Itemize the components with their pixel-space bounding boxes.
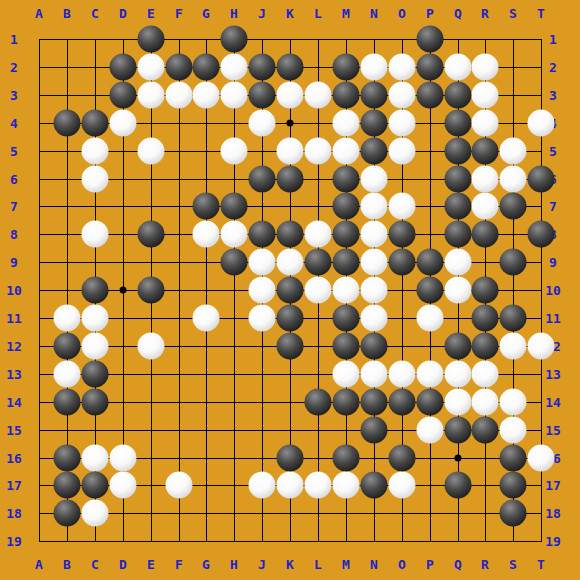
white-stone [361,305,388,332]
white-stone [249,249,276,276]
row-label-right: 11 [545,312,561,325]
black-stone [277,305,304,332]
white-stone [249,277,276,304]
black-stone [305,389,332,416]
row-label-left: 18 [6,507,22,520]
row-label-right: 7 [549,200,557,213]
column-label-top: O [398,7,406,20]
column-label-top: S [509,7,517,20]
row-label-left: 14 [6,396,22,409]
column-label-bottom: D [119,558,127,571]
white-stone [138,54,165,81]
black-stone [54,333,81,360]
white-stone [472,54,499,81]
black-stone [500,445,527,472]
black-stone [333,389,360,416]
black-stone [277,277,304,304]
white-stone [389,361,416,388]
black-stone [277,166,304,193]
white-stone [472,110,499,137]
black-stone [445,333,472,360]
white-stone [82,500,109,527]
white-stone [472,82,499,109]
column-label-bottom: T [537,558,545,571]
row-label-left: 12 [6,340,22,353]
white-stone [445,277,472,304]
row-label-left: 9 [10,256,18,269]
white-stone [445,361,472,388]
column-label-bottom: A [35,558,43,571]
white-stone [472,193,499,220]
white-stone [333,138,360,165]
black-stone [472,277,499,304]
black-stone [472,138,499,165]
white-stone [361,361,388,388]
black-stone [333,166,360,193]
black-stone [500,249,527,276]
black-stone [333,333,360,360]
column-label-bottom: C [91,558,99,571]
row-label-left: 19 [6,535,22,548]
white-stone [110,445,137,472]
white-stone [417,417,444,444]
column-label-top: A [35,7,43,20]
white-stone [82,166,109,193]
row-label-left: 15 [6,424,22,437]
black-stone [472,305,499,332]
column-label-top: N [370,7,378,20]
black-stone [82,110,109,137]
column-label-bottom: N [370,558,378,571]
row-label-right: 13 [545,368,561,381]
black-stone [528,166,555,193]
black-stone [82,389,109,416]
black-stone [389,389,416,416]
white-stone [333,472,360,499]
column-label-top: P [426,7,434,20]
column-label-bottom: P [426,558,434,571]
black-stone [361,333,388,360]
black-stone [361,389,388,416]
white-stone [333,361,360,388]
column-label-top: T [537,7,545,20]
black-stone [389,249,416,276]
black-stone [249,221,276,248]
white-stone [82,333,109,360]
row-label-right: 3 [549,89,557,102]
row-label-right: 18 [545,507,561,520]
row-label-right: 14 [545,396,561,409]
white-stone [221,221,248,248]
black-stone [193,193,220,220]
white-stone [500,417,527,444]
white-stone [445,249,472,276]
white-stone [361,193,388,220]
row-label-right: 19 [545,535,561,548]
white-stone [528,333,555,360]
white-stone [249,110,276,137]
black-stone [361,472,388,499]
white-stone [445,54,472,81]
black-stone [221,26,248,53]
row-label-left: 5 [10,145,18,158]
row-label-left: 7 [10,200,18,213]
black-stone [417,82,444,109]
black-stone [472,333,499,360]
black-stone [361,110,388,137]
row-label-right: 15 [545,424,561,437]
row-label-left: 6 [10,173,18,186]
black-stone [389,221,416,248]
black-stone [277,333,304,360]
white-stone [249,305,276,332]
black-stone [472,221,499,248]
black-stone [277,54,304,81]
black-stone [277,221,304,248]
black-stone [82,472,109,499]
white-stone [193,82,220,109]
black-stone [333,305,360,332]
row-label-right: 1 [549,33,557,46]
column-label-top: B [63,7,71,20]
black-stone [361,138,388,165]
white-stone [389,472,416,499]
column-label-bottom: Q [454,558,462,571]
white-stone [389,193,416,220]
black-stone [82,361,109,388]
white-stone [82,138,109,165]
white-stone [389,138,416,165]
white-stone [305,277,332,304]
black-stone [138,277,165,304]
white-stone [166,472,193,499]
black-stone [221,249,248,276]
white-stone [277,472,304,499]
black-stone [249,82,276,109]
white-stone [361,166,388,193]
column-label-top: R [481,7,489,20]
white-stone [277,138,304,165]
column-label-top: E [147,7,155,20]
black-stone [110,54,137,81]
hoshi-point [455,455,462,462]
black-stone [445,221,472,248]
row-label-left: 3 [10,89,18,102]
column-label-bottom: S [509,558,517,571]
column-label-top: K [286,7,294,20]
column-label-top: F [175,7,183,20]
hoshi-point [120,287,127,294]
white-stone [277,82,304,109]
white-stone [472,389,499,416]
white-stone [110,472,137,499]
black-stone [333,445,360,472]
white-stone [528,445,555,472]
row-label-left: 1 [10,33,18,46]
white-stone [221,82,248,109]
black-stone [472,417,499,444]
white-stone [54,361,81,388]
row-label-left: 11 [6,312,22,325]
column-label-bottom: F [175,558,183,571]
black-stone [221,193,248,220]
black-stone [277,445,304,472]
column-label-top: Q [454,7,462,20]
white-stone [305,221,332,248]
white-stone [221,54,248,81]
black-stone [417,249,444,276]
black-stone [249,166,276,193]
white-stone [54,305,81,332]
black-stone [82,277,109,304]
column-label-bottom: M [342,558,350,571]
column-label-top: H [230,7,238,20]
black-stone [417,54,444,81]
black-stone [138,26,165,53]
black-stone [445,166,472,193]
grid-line-horizontal [39,541,542,542]
black-stone [305,249,332,276]
white-stone [500,138,527,165]
row-label-left: 13 [6,368,22,381]
column-label-top: J [258,7,266,20]
white-stone [166,82,193,109]
black-stone [333,193,360,220]
black-stone [54,500,81,527]
row-label-left: 17 [6,479,22,492]
white-stone [305,82,332,109]
white-stone [500,333,527,360]
black-stone [389,445,416,472]
grid-line-horizontal [39,513,542,514]
black-stone [249,54,276,81]
column-label-bottom: R [481,558,489,571]
column-label-bottom: G [202,558,210,571]
white-stone [472,361,499,388]
black-stone [193,54,220,81]
black-stone [445,138,472,165]
white-stone [500,166,527,193]
black-stone [417,389,444,416]
black-stone [500,305,527,332]
black-stone [138,221,165,248]
white-stone [138,333,165,360]
white-stone [249,472,276,499]
white-stone [361,249,388,276]
white-stone [361,54,388,81]
column-label-bottom: L [314,558,322,571]
black-stone [445,417,472,444]
black-stone [54,472,81,499]
white-stone [193,305,220,332]
black-stone [54,445,81,472]
white-stone [417,361,444,388]
white-stone [389,54,416,81]
row-label-right: 9 [549,256,557,269]
white-stone [417,305,444,332]
black-stone [54,389,81,416]
column-label-top: L [314,7,322,20]
row-label-right: 5 [549,145,557,158]
black-stone [333,221,360,248]
hoshi-point [287,120,294,127]
white-stone [333,277,360,304]
row-label-right: 17 [545,479,561,492]
black-stone [500,472,527,499]
column-label-bottom: O [398,558,406,571]
column-label-bottom: H [230,558,238,571]
black-stone [500,500,527,527]
black-stone [445,110,472,137]
black-stone [333,249,360,276]
column-label-top: C [91,7,99,20]
row-label-right: 10 [545,284,561,297]
white-stone [82,305,109,332]
black-stone [333,54,360,81]
black-stone [445,193,472,220]
white-stone [361,277,388,304]
white-stone [528,110,555,137]
column-label-bottom: B [63,558,71,571]
column-label-bottom: K [286,558,294,571]
column-label-top: G [202,7,210,20]
black-stone [54,110,81,137]
white-stone [110,110,137,137]
white-stone [305,138,332,165]
row-label-right: 2 [549,61,557,74]
black-stone [110,82,137,109]
black-stone [166,54,193,81]
black-stone [417,277,444,304]
column-label-bottom: E [147,558,155,571]
black-stone [528,221,555,248]
white-stone [82,445,109,472]
black-stone [361,82,388,109]
black-stone [417,26,444,53]
white-stone [305,472,332,499]
white-stone [500,389,527,416]
white-stone [82,221,109,248]
row-label-left: 16 [6,452,22,465]
column-label-bottom: J [258,558,266,571]
black-stone [361,417,388,444]
row-label-left: 8 [10,228,18,241]
black-stone [445,82,472,109]
white-stone [138,138,165,165]
row-label-left: 2 [10,61,18,74]
white-stone [389,82,416,109]
white-stone [472,166,499,193]
black-stone [500,193,527,220]
white-stone [361,221,388,248]
white-stone [193,221,220,248]
white-stone [221,138,248,165]
go-board[interactable]: AA11BB22CC33DD44EE55FF66GG77HH88JJ99KK10… [0,0,580,580]
white-stone [333,110,360,137]
white-stone [277,249,304,276]
row-label-left: 10 [6,284,22,297]
white-stone [389,110,416,137]
white-stone [445,389,472,416]
column-label-top: M [342,7,350,20]
row-label-left: 4 [10,117,18,130]
column-label-top: D [119,7,127,20]
white-stone [138,82,165,109]
black-stone [445,472,472,499]
black-stone [333,82,360,109]
